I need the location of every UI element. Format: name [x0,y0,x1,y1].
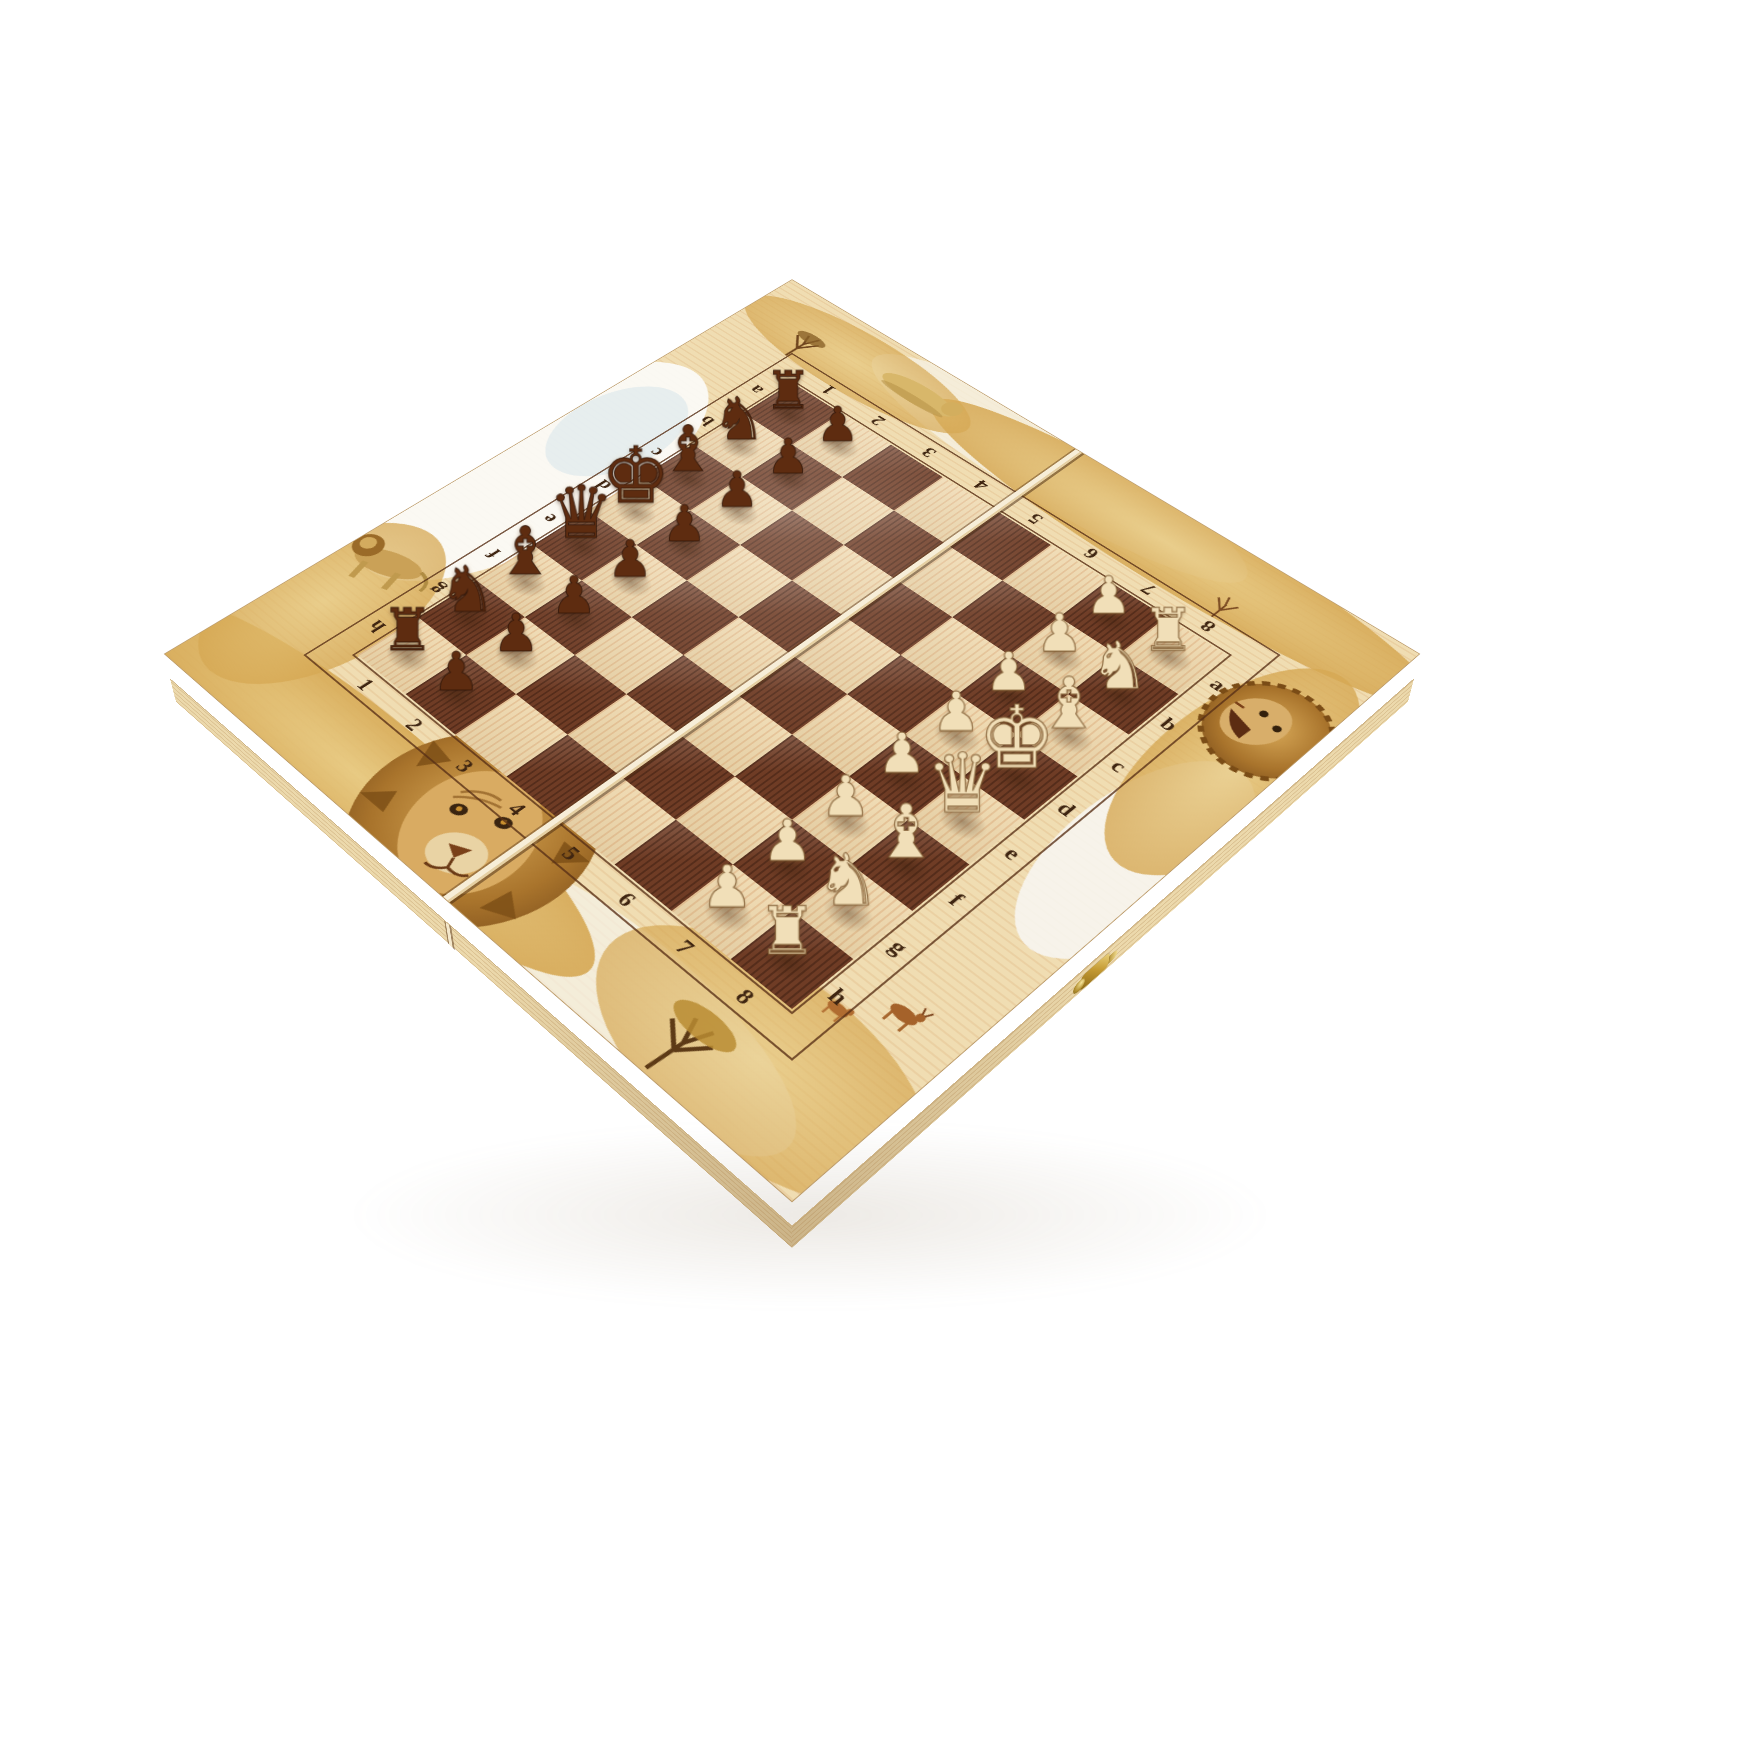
brass-clasp [1073,946,1114,1000]
piece-glyph-rook: ♜ [744,898,831,964]
chessboard-top-face: 12345678 12345678 abcdefgh abcdefgh ♜♞♝♚… [164,279,1421,1202]
piece-dark-pawn-h2: ♟ [406,654,516,734]
folding-chess-box: 12345678 12345678 abcdefgh abcdefgh ♜♞♝♚… [170,303,1415,1226]
fold-seam-side [444,921,455,950]
product-photo-canvas: 12345678 12345678 abcdefgh abcdefgh ♜♞♝♚… [0,0,1744,1744]
piece-glyph-pawn: ♟ [417,645,495,698]
clasp-plate [1079,952,1110,992]
scene: 12345678 12345678 abcdefgh abcdefgh ♜♞♝♚… [352,238,1232,1118]
